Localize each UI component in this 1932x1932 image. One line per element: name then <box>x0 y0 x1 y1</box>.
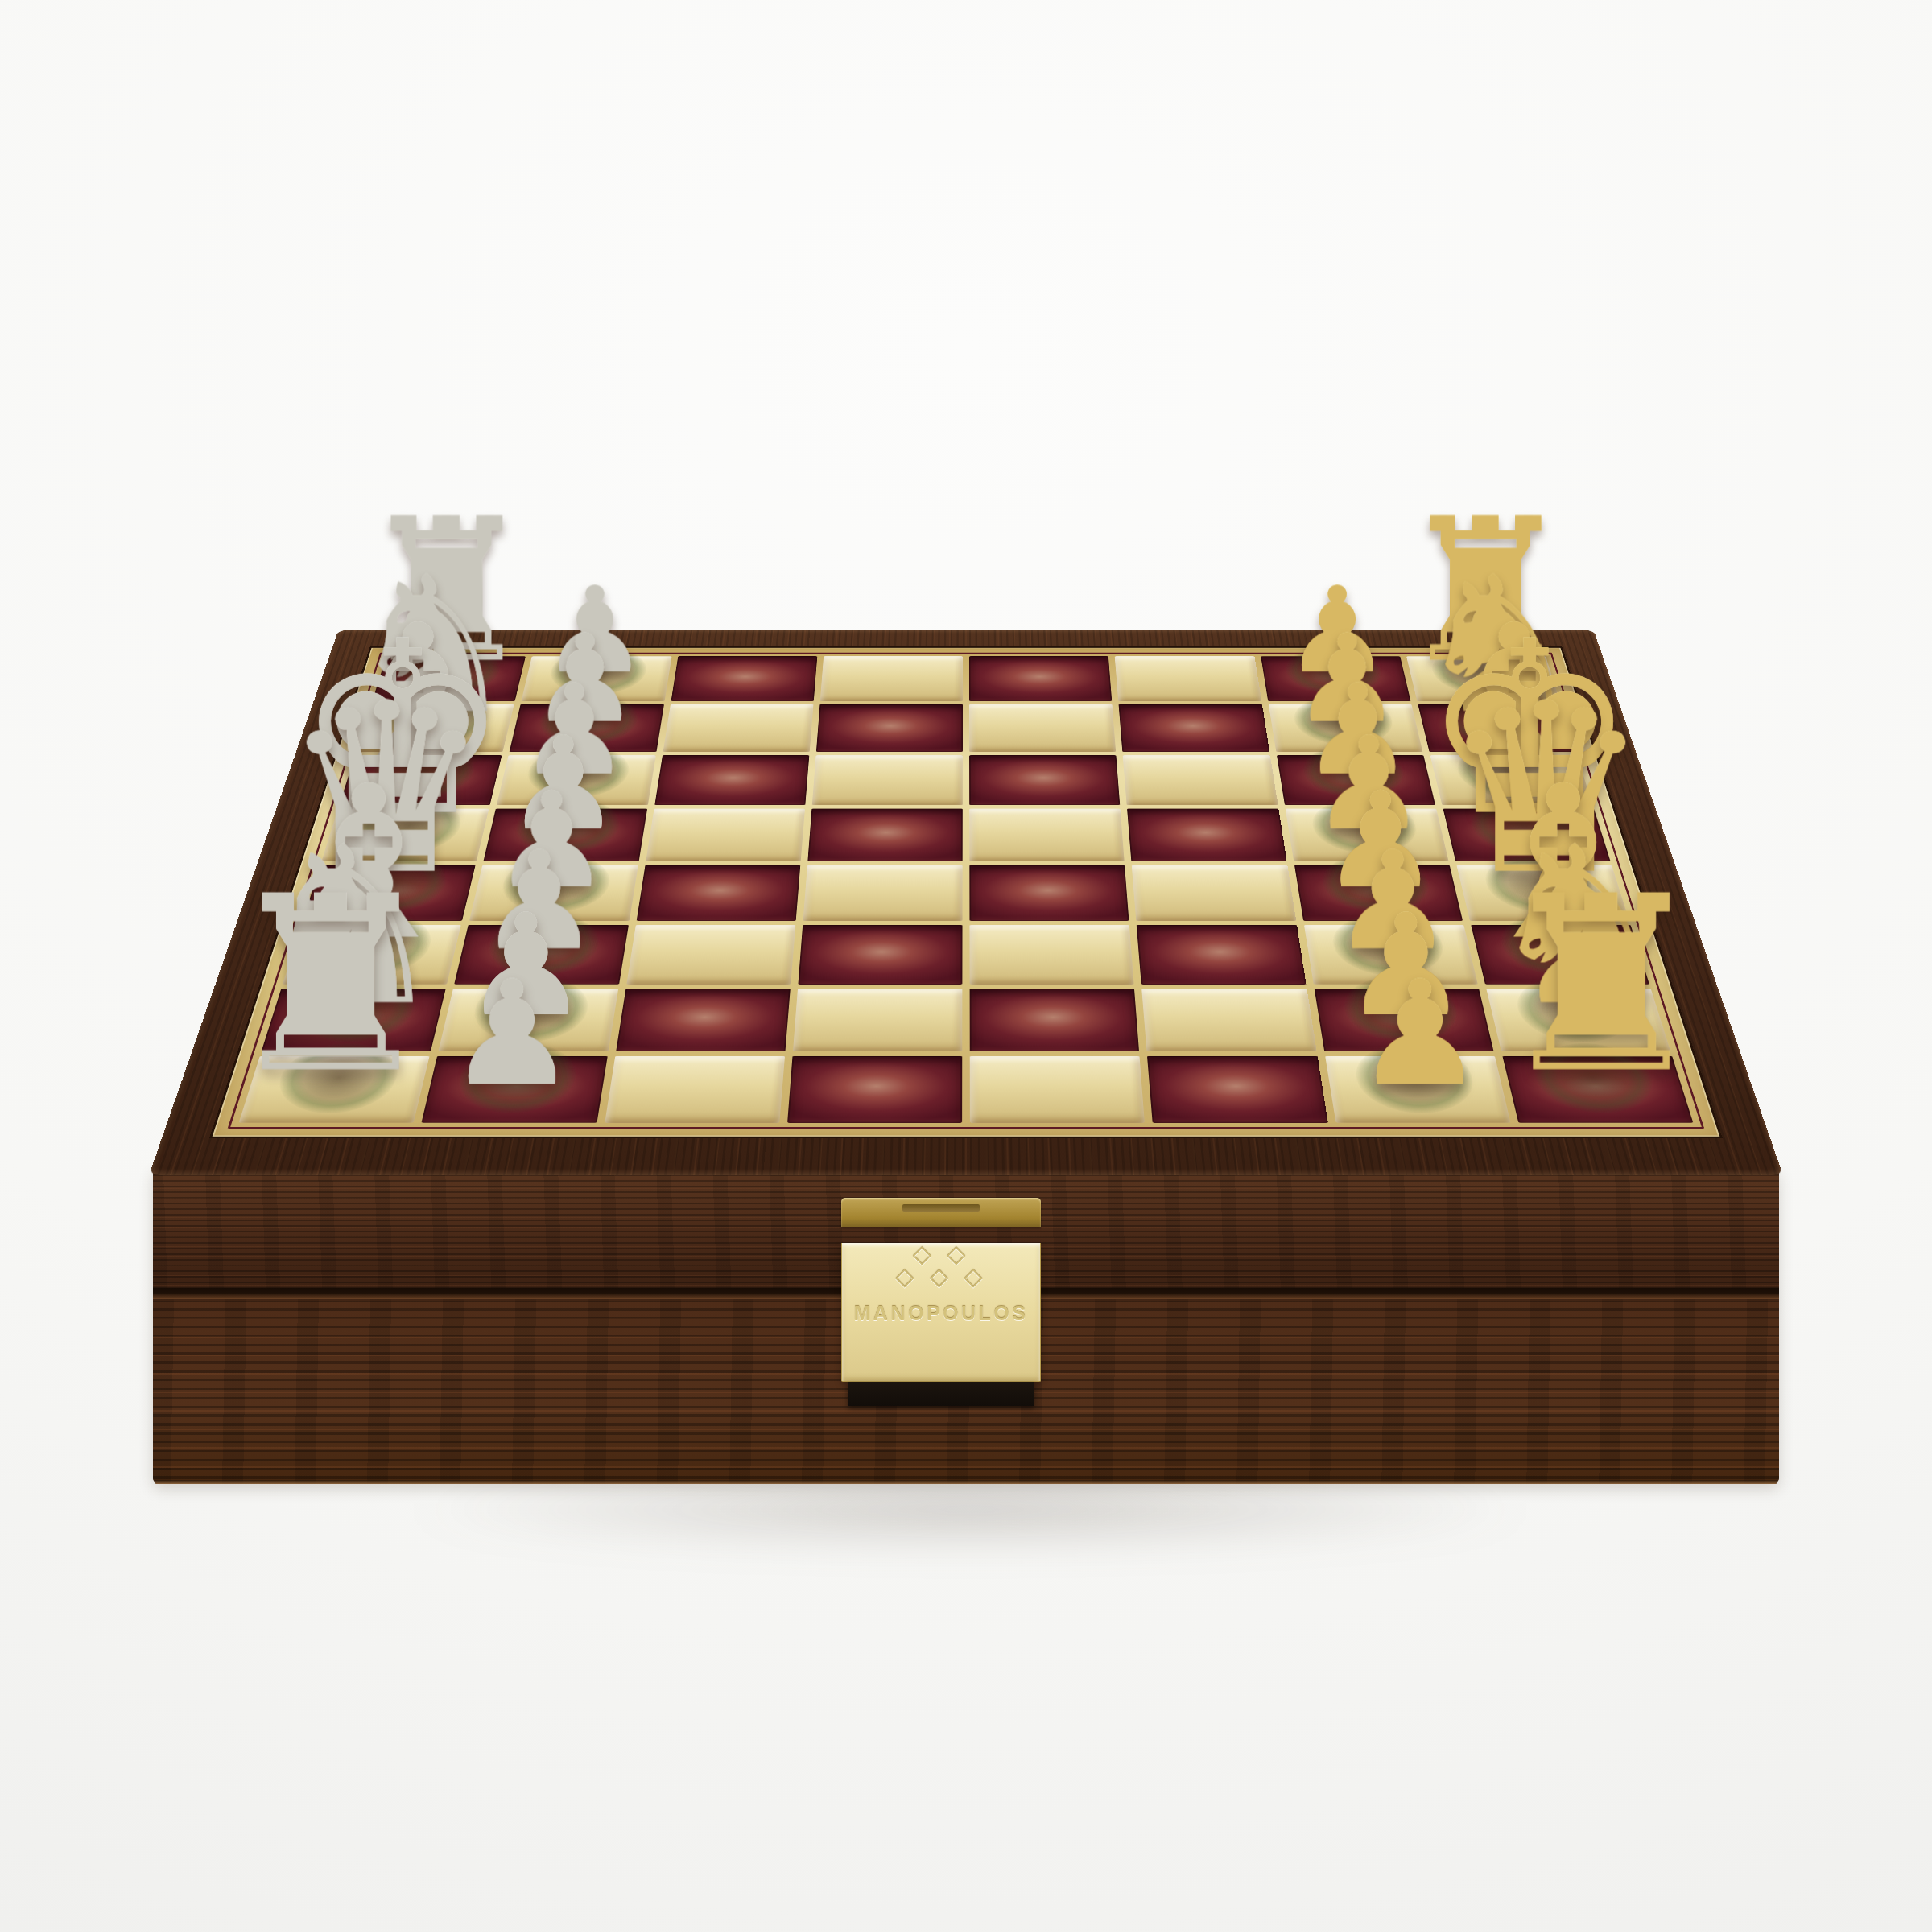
square-h6[interactable] <box>1115 656 1261 701</box>
black-rook[interactable]: ♜ <box>1492 864 1710 1106</box>
square-a2[interactable]: ♟ <box>422 1056 608 1123</box>
square-a5[interactable] <box>970 1056 1145 1123</box>
square-b3[interactable] <box>616 989 791 1051</box>
square-a8[interactable]: ♜ <box>1502 1056 1693 1123</box>
square-h5[interactable] <box>969 656 1113 701</box>
square-g3[interactable] <box>663 704 813 752</box>
logo-row-bottom: ◇ ◇ ◇ <box>842 1265 1040 1288</box>
clasp: ◇ ◇ ◇ ◇ ◇ MANOPOULOS <box>841 1198 1041 1406</box>
square-b4[interactable] <box>793 989 963 1051</box>
square-e3[interactable] <box>646 808 805 861</box>
black-pawn[interactable]: ♟ <box>1355 961 1485 1107</box>
clasp-plate: ◇ ◇ ◇ ◇ ◇ MANOPOULOS <box>841 1243 1041 1382</box>
chess-board: ♜♟♟♜♞♟♟♞♝♟♟♝♚♟♟♚♛♟♟♛♝♟♟♝♞♟♟♞♜♟♟♜ <box>239 656 1694 1122</box>
square-a3[interactable] <box>605 1056 785 1123</box>
square-e4[interactable] <box>807 808 963 861</box>
square-g5[interactable] <box>969 704 1116 752</box>
square-c4[interactable] <box>798 925 962 985</box>
square-e6[interactable] <box>1127 808 1286 861</box>
square-h3[interactable] <box>671 656 817 701</box>
white-rook[interactable]: ♜ <box>222 864 440 1106</box>
clasp-black-strip <box>848 1382 1034 1406</box>
clasp-hinge <box>841 1198 1041 1227</box>
board-wood-frame: ♜♟♟♜♞♟♟♞♝♟♟♝♚♟♟♚♛♟♟♛♝♟♟♝♞♟♟♞♜♟♟♜ <box>149 630 1783 1175</box>
brand-text: MANOPOULOS <box>842 1302 1040 1325</box>
chess-set-scene: ◇ ◇ ◇ ◇ ◇ MANOPOULOS ♜♟♟♜♞♟♟♞♝♟♟♝♚♟♟♚♛♟♟… <box>0 0 1932 1932</box>
square-f3[interactable] <box>654 755 809 805</box>
square-c5[interactable] <box>969 925 1133 985</box>
square-e5[interactable] <box>969 808 1125 861</box>
square-a7[interactable]: ♟ <box>1325 1056 1511 1123</box>
square-d6[interactable] <box>1132 865 1296 921</box>
square-f4[interactable] <box>812 755 963 805</box>
square-d3[interactable] <box>636 865 800 921</box>
square-c3[interactable] <box>626 925 795 985</box>
square-b5[interactable] <box>970 989 1140 1051</box>
square-b6[interactable] <box>1141 989 1316 1051</box>
board-metal-margin: ♜♟♟♜♞♟♟♞♝♟♟♝♚♟♟♚♛♟♟♛♝♟♟♝♞♟♟♞♜♟♟♜ <box>209 646 1723 1137</box>
square-a4[interactable] <box>787 1056 962 1123</box>
white-pawn[interactable]: ♟ <box>447 961 577 1107</box>
square-a1[interactable]: ♜ <box>239 1056 430 1123</box>
square-c6[interactable] <box>1137 925 1306 985</box>
square-g6[interactable] <box>1119 704 1269 752</box>
square-d4[interactable] <box>803 865 962 921</box>
square-g4[interactable] <box>816 704 963 752</box>
square-f6[interactable] <box>1123 755 1278 805</box>
square-a6[interactable] <box>1147 1056 1327 1123</box>
square-f5[interactable] <box>969 755 1120 805</box>
square-d5[interactable] <box>969 865 1129 921</box>
square-h4[interactable] <box>820 656 964 701</box>
manopoulos-logo-icon: ◇ ◇ ◇ ◇ ◇ <box>842 1243 1040 1287</box>
